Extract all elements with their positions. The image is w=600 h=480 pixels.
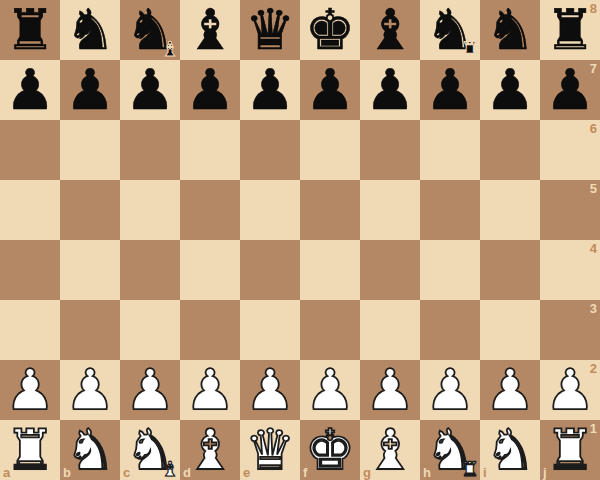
piece-white-pawn[interactable]: ♟ bbox=[245, 362, 295, 418]
square-c1[interactable]: ♞♝c bbox=[120, 420, 180, 480]
piece-black-rook[interactable]: ♜ bbox=[545, 2, 595, 58]
piece-black-pawn[interactable]: ♟ bbox=[365, 62, 415, 118]
piece-white-pawn[interactable]: ♟ bbox=[485, 362, 535, 418]
square-e2[interactable]: ♟ bbox=[240, 360, 300, 420]
square-d3[interactable] bbox=[180, 300, 240, 360]
square-h2[interactable]: ♟ bbox=[420, 360, 480, 420]
square-c4[interactable] bbox=[120, 240, 180, 300]
square-c6[interactable] bbox=[120, 120, 180, 180]
square-h6[interactable] bbox=[420, 120, 480, 180]
square-a8[interactable]: ♜ bbox=[0, 0, 60, 60]
square-a4[interactable] bbox=[0, 240, 60, 300]
rank-label-4: 4 bbox=[590, 242, 597, 255]
square-j5[interactable]: 5 bbox=[540, 180, 600, 240]
piece-black-pawn[interactable]: ♟ bbox=[65, 62, 115, 118]
piece-black-pawn[interactable]: ♟ bbox=[125, 62, 175, 118]
piece-black-bishop[interactable]: ♝ bbox=[185, 2, 235, 58]
square-e6[interactable] bbox=[240, 120, 300, 180]
square-d8[interactable]: ♝ bbox=[180, 0, 240, 60]
piece-black-archbishop[interactable]: ♞♝ bbox=[125, 2, 175, 58]
chancellor-badge-icon: ♜ bbox=[461, 39, 479, 59]
square-d6[interactable] bbox=[180, 120, 240, 180]
square-f2[interactable]: ♟ bbox=[300, 360, 360, 420]
square-e1[interactable]: ♛e bbox=[240, 420, 300, 480]
square-a5[interactable] bbox=[0, 180, 60, 240]
square-d4[interactable] bbox=[180, 240, 240, 300]
chess-board: ♜♞♞♝♝♛♚♝♞♜♞♜8♟♟♟♟♟♟♟♟♟♟76543♟♟♟♟♟♟♟♟♟♟2♜… bbox=[0, 0, 600, 480]
piece-black-queen[interactable]: ♛ bbox=[245, 2, 295, 58]
square-d7[interactable]: ♟ bbox=[180, 60, 240, 120]
piece-black-pawn[interactable]: ♟ bbox=[5, 62, 55, 118]
square-e5[interactable] bbox=[240, 180, 300, 240]
chancellor-badge-icon: ♜ bbox=[461, 459, 479, 479]
square-d2[interactable]: ♟ bbox=[180, 360, 240, 420]
square-b2[interactable]: ♟ bbox=[60, 360, 120, 420]
piece-white-king[interactable]: ♚ bbox=[305, 422, 355, 478]
piece-white-bishop[interactable]: ♝ bbox=[365, 422, 415, 478]
piece-black-pawn[interactable]: ♟ bbox=[545, 62, 595, 118]
piece-black-knight[interactable]: ♞ bbox=[485, 2, 535, 58]
square-b8[interactable]: ♞ bbox=[60, 0, 120, 60]
piece-black-pawn[interactable]: ♟ bbox=[485, 62, 535, 118]
square-b1[interactable]: ♞b bbox=[60, 420, 120, 480]
piece-black-pawn[interactable]: ♟ bbox=[245, 62, 295, 118]
square-i2[interactable]: ♟ bbox=[480, 360, 540, 420]
square-j2[interactable]: ♟2 bbox=[540, 360, 600, 420]
square-i4[interactable] bbox=[480, 240, 540, 300]
square-f7[interactable]: ♟ bbox=[300, 60, 360, 120]
piece-white-archbishop[interactable]: ♞♝ bbox=[125, 422, 175, 478]
piece-black-chancellor[interactable]: ♞♜ bbox=[425, 2, 475, 58]
square-j6[interactable]: 6 bbox=[540, 120, 600, 180]
square-f4[interactable] bbox=[300, 240, 360, 300]
square-c8[interactable]: ♞♝ bbox=[120, 0, 180, 60]
piece-white-pawn[interactable]: ♟ bbox=[305, 362, 355, 418]
square-h3[interactable] bbox=[420, 300, 480, 360]
square-i6[interactable] bbox=[480, 120, 540, 180]
square-h7[interactable]: ♟ bbox=[420, 60, 480, 120]
square-g7[interactable]: ♟ bbox=[360, 60, 420, 120]
piece-black-bishop[interactable]: ♝ bbox=[365, 2, 415, 58]
square-e8[interactable]: ♛ bbox=[240, 0, 300, 60]
square-f6[interactable] bbox=[300, 120, 360, 180]
square-h8[interactable]: ♞♜ bbox=[420, 0, 480, 60]
square-a6[interactable] bbox=[0, 120, 60, 180]
piece-black-pawn[interactable]: ♟ bbox=[185, 62, 235, 118]
square-i3[interactable] bbox=[480, 300, 540, 360]
square-i1[interactable]: ♞i bbox=[480, 420, 540, 480]
square-h4[interactable] bbox=[420, 240, 480, 300]
archbishop-badge-icon: ♝ bbox=[161, 39, 179, 59]
square-h1[interactable]: ♞♜h bbox=[420, 420, 480, 480]
square-j4[interactable]: 4 bbox=[540, 240, 600, 300]
square-c7[interactable]: ♟ bbox=[120, 60, 180, 120]
square-g2[interactable]: ♟ bbox=[360, 360, 420, 420]
square-b7[interactable]: ♟ bbox=[60, 60, 120, 120]
square-i5[interactable] bbox=[480, 180, 540, 240]
square-c3[interactable] bbox=[120, 300, 180, 360]
piece-white-rook[interactable]: ♜ bbox=[545, 422, 595, 478]
square-e4[interactable] bbox=[240, 240, 300, 300]
piece-white-pawn[interactable]: ♟ bbox=[425, 362, 475, 418]
square-j7[interactable]: ♟7 bbox=[540, 60, 600, 120]
square-f5[interactable] bbox=[300, 180, 360, 240]
square-e3[interactable] bbox=[240, 300, 300, 360]
square-g3[interactable] bbox=[360, 300, 420, 360]
square-b3[interactable] bbox=[60, 300, 120, 360]
square-e7[interactable]: ♟ bbox=[240, 60, 300, 120]
archbishop-badge-icon: ♝ bbox=[161, 459, 179, 479]
square-g1[interactable]: ♝g bbox=[360, 420, 420, 480]
square-c5[interactable] bbox=[120, 180, 180, 240]
rank-label-3: 3 bbox=[590, 302, 597, 315]
square-f1[interactable]: ♚f bbox=[300, 420, 360, 480]
piece-black-knight[interactable]: ♞ bbox=[65, 2, 115, 58]
square-f3[interactable] bbox=[300, 300, 360, 360]
square-c2[interactable]: ♟ bbox=[120, 360, 180, 420]
piece-black-rook[interactable]: ♜ bbox=[5, 2, 55, 58]
piece-white-pawn[interactable]: ♟ bbox=[65, 362, 115, 418]
square-b6[interactable] bbox=[60, 120, 120, 180]
square-g6[interactable] bbox=[360, 120, 420, 180]
square-d1[interactable]: ♝d bbox=[180, 420, 240, 480]
square-f8[interactable]: ♚ bbox=[300, 0, 360, 60]
piece-white-bishop[interactable]: ♝ bbox=[185, 422, 235, 478]
square-a3[interactable] bbox=[0, 300, 60, 360]
square-a1[interactable]: ♜a bbox=[0, 420, 60, 480]
piece-white-pawn[interactable]: ♟ bbox=[125, 362, 175, 418]
piece-white-chancellor[interactable]: ♞♜ bbox=[425, 422, 475, 478]
piece-white-queen[interactable]: ♛ bbox=[245, 422, 295, 478]
rank-label-5: 5 bbox=[590, 182, 597, 195]
piece-white-pawn[interactable]: ♟ bbox=[185, 362, 235, 418]
square-b5[interactable] bbox=[60, 180, 120, 240]
square-d5[interactable] bbox=[180, 180, 240, 240]
square-g5[interactable] bbox=[360, 180, 420, 240]
piece-white-pawn[interactable]: ♟ bbox=[365, 362, 415, 418]
square-g8[interactable]: ♝ bbox=[360, 0, 420, 60]
piece-white-knight[interactable]: ♞ bbox=[65, 422, 115, 478]
piece-white-pawn[interactable]: ♟ bbox=[545, 362, 595, 418]
piece-black-pawn[interactable]: ♟ bbox=[425, 62, 475, 118]
square-i8[interactable]: ♞ bbox=[480, 0, 540, 60]
piece-white-knight[interactable]: ♞ bbox=[485, 422, 535, 478]
rank-label-6: 6 bbox=[590, 122, 597, 135]
piece-black-king[interactable]: ♚ bbox=[305, 2, 355, 58]
piece-white-pawn[interactable]: ♟ bbox=[5, 362, 55, 418]
square-j8[interactable]: ♜8 bbox=[540, 0, 600, 60]
square-j3[interactable]: 3 bbox=[540, 300, 600, 360]
square-h5[interactable] bbox=[420, 180, 480, 240]
piece-black-pawn[interactable]: ♟ bbox=[305, 62, 355, 118]
square-j1[interactable]: ♜j1 bbox=[540, 420, 600, 480]
square-a2[interactable]: ♟ bbox=[0, 360, 60, 420]
piece-white-rook[interactable]: ♜ bbox=[5, 422, 55, 478]
square-g4[interactable] bbox=[360, 240, 420, 300]
square-i7[interactable]: ♟ bbox=[480, 60, 540, 120]
square-b4[interactable] bbox=[60, 240, 120, 300]
square-a7[interactable]: ♟ bbox=[0, 60, 60, 120]
